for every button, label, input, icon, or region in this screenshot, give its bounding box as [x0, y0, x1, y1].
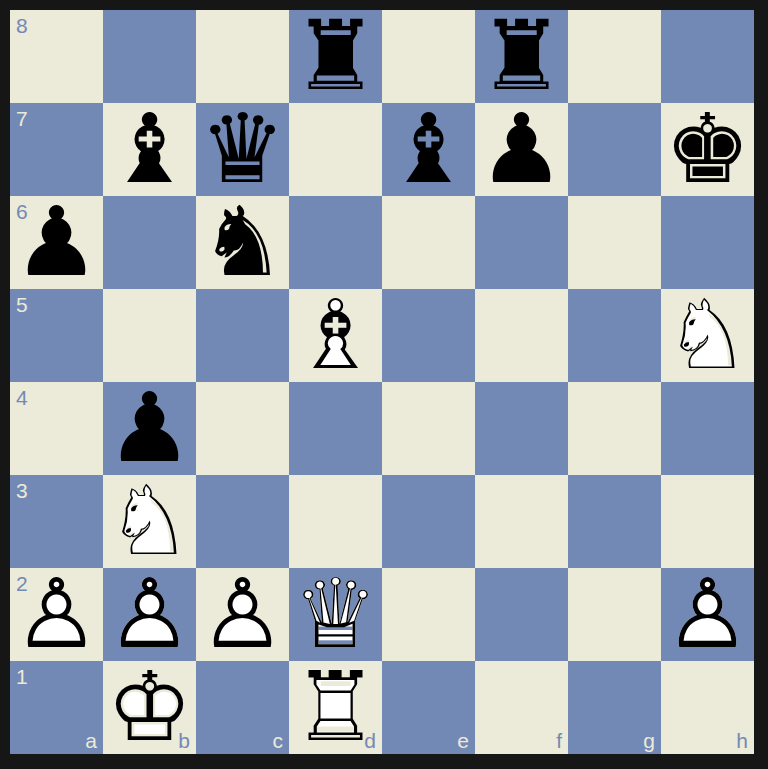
square-h6[interactable]: [661, 196, 754, 289]
square-f1[interactable]: f: [475, 661, 568, 754]
white-rook[interactable]: ♜♖: [289, 661, 382, 754]
white-pawn-outline-icon: ♙: [10, 568, 103, 661]
black-bishop-icon: ♝: [382, 103, 475, 196]
square-h7[interactable]: ♚: [661, 103, 754, 196]
square-a4[interactable]: 4: [10, 382, 103, 475]
square-b8[interactable]: [103, 10, 196, 103]
square-b7[interactable]: ♝: [103, 103, 196, 196]
black-knight-icon: ♞: [196, 196, 289, 289]
white-pawn-outline-icon: ♙: [661, 568, 754, 661]
square-e5[interactable]: [382, 289, 475, 382]
black-queen[interactable]: ♛: [196, 103, 289, 196]
white-rook-outline-icon: ♖: [289, 661, 382, 754]
file-label-e: e: [457, 730, 469, 751]
white-pawn[interactable]: ♟♙: [196, 568, 289, 661]
white-pawn[interactable]: ♟♙: [103, 568, 196, 661]
square-h8[interactable]: [661, 10, 754, 103]
square-f8[interactable]: ♜: [475, 10, 568, 103]
black-bishop[interactable]: ♝: [382, 103, 475, 196]
square-a1[interactable]: 1a: [10, 661, 103, 754]
black-pawn[interactable]: ♟: [475, 103, 568, 196]
black-rook[interactable]: ♜: [475, 10, 568, 103]
white-knight-outline-icon: ♘: [661, 289, 754, 382]
rank-label-5: 5: [16, 294, 28, 315]
square-e4[interactable]: [382, 382, 475, 475]
white-knight-outline-icon: ♘: [103, 475, 196, 568]
white-pawn-outline-icon: ♙: [103, 568, 196, 661]
square-h3[interactable]: [661, 475, 754, 568]
square-d5[interactable]: ♝♗: [289, 289, 382, 382]
square-a6[interactable]: 6♟: [10, 196, 103, 289]
square-d6[interactable]: [289, 196, 382, 289]
square-d2[interactable]: ♛♕: [289, 568, 382, 661]
file-label-f: f: [556, 730, 562, 751]
file-label-a: a: [85, 730, 97, 751]
square-g4[interactable]: [568, 382, 661, 475]
square-e6[interactable]: [382, 196, 475, 289]
square-d7[interactable]: [289, 103, 382, 196]
square-d8[interactable]: ♜: [289, 10, 382, 103]
square-c7[interactable]: ♛: [196, 103, 289, 196]
square-g2[interactable]: [568, 568, 661, 661]
white-pawn[interactable]: ♟♙: [661, 568, 754, 661]
square-c8[interactable]: [196, 10, 289, 103]
square-a8[interactable]: 8: [10, 10, 103, 103]
black-pawn-icon: ♟: [103, 382, 196, 475]
square-b1[interactable]: b♚♔: [103, 661, 196, 754]
square-h4[interactable]: [661, 382, 754, 475]
square-d3[interactable]: [289, 475, 382, 568]
square-c1[interactable]: c: [196, 661, 289, 754]
white-queen[interactable]: ♛♕: [289, 568, 382, 661]
square-g8[interactable]: [568, 10, 661, 103]
square-e2[interactable]: [382, 568, 475, 661]
file-label-h: h: [736, 730, 748, 751]
black-knight[interactable]: ♞: [196, 196, 289, 289]
square-e3[interactable]: [382, 475, 475, 568]
black-bishop[interactable]: ♝: [103, 103, 196, 196]
square-a5[interactable]: 5: [10, 289, 103, 382]
rank-label-3: 3: [16, 480, 28, 501]
black-queen-icon: ♛: [196, 103, 289, 196]
square-e7[interactable]: ♝: [382, 103, 475, 196]
black-pawn-icon: ♟: [475, 103, 568, 196]
square-h5[interactable]: ♞♘: [661, 289, 754, 382]
square-f3[interactable]: [475, 475, 568, 568]
square-b4[interactable]: ♟: [103, 382, 196, 475]
black-pawn[interactable]: ♟: [103, 382, 196, 475]
black-rook[interactable]: ♜: [289, 10, 382, 103]
white-knight[interactable]: ♞♘: [661, 289, 754, 382]
white-knight[interactable]: ♞♘: [103, 475, 196, 568]
square-d4[interactable]: [289, 382, 382, 475]
white-queen-outline-icon: ♕: [289, 568, 382, 661]
square-c6[interactable]: ♞: [196, 196, 289, 289]
square-f2[interactable]: [475, 568, 568, 661]
rank-label-8: 8: [16, 15, 28, 36]
square-g7[interactable]: [568, 103, 661, 196]
rank-label-7: 7: [16, 108, 28, 129]
white-pawn-outline-icon: ♙: [196, 568, 289, 661]
file-label-g: g: [643, 730, 655, 751]
rank-label-4: 4: [16, 387, 28, 408]
square-g6[interactable]: [568, 196, 661, 289]
square-d1[interactable]: d♜♖: [289, 661, 382, 754]
square-b3[interactable]: ♞♘: [103, 475, 196, 568]
square-a2[interactable]: 2♟♙: [10, 568, 103, 661]
white-pawn[interactable]: ♟♙: [10, 568, 103, 661]
square-e8[interactable]: [382, 10, 475, 103]
black-pawn-icon: ♟: [10, 196, 103, 289]
square-c3[interactable]: [196, 475, 289, 568]
white-bishop-outline-icon: ♗: [289, 289, 382, 382]
square-f7[interactable]: ♟: [475, 103, 568, 196]
black-rook-icon: ♜: [475, 10, 568, 103]
square-b6[interactable]: [103, 196, 196, 289]
square-h1[interactable]: h: [661, 661, 754, 754]
white-bishop[interactable]: ♝♗: [289, 289, 382, 382]
square-g5[interactable]: [568, 289, 661, 382]
black-pawn[interactable]: ♟: [10, 196, 103, 289]
square-f6[interactable]: [475, 196, 568, 289]
square-g3[interactable]: [568, 475, 661, 568]
square-b5[interactable]: [103, 289, 196, 382]
square-h2[interactable]: ♟♙: [661, 568, 754, 661]
square-a7[interactable]: 7: [10, 103, 103, 196]
chess-board: 8♜♜7♝♛♝♟♚6♟♞5♝♗♞♘4♟3♞♘2♟♙♟♙♟♙♛♕♟♙1ab♚♔cd…: [10, 10, 754, 754]
black-bishop-icon: ♝: [103, 103, 196, 196]
square-f5[interactable]: [475, 289, 568, 382]
white-king[interactable]: ♚♔: [103, 661, 196, 754]
square-f4[interactable]: [475, 382, 568, 475]
rank-label-1: 1: [16, 666, 28, 687]
square-a3[interactable]: 3: [10, 475, 103, 568]
black-rook-icon: ♜: [289, 10, 382, 103]
black-king[interactable]: ♚: [661, 103, 754, 196]
square-c4[interactable]: [196, 382, 289, 475]
square-e1[interactable]: e: [382, 661, 475, 754]
board-frame: 8♜♜7♝♛♝♟♚6♟♞5♝♗♞♘4♟3♞♘2♟♙♟♙♟♙♛♕♟♙1ab♚♔cd…: [0, 0, 768, 769]
white-king-outline-icon: ♔: [103, 661, 196, 754]
square-c5[interactable]: [196, 289, 289, 382]
square-c2[interactable]: ♟♙: [196, 568, 289, 661]
square-g1[interactable]: g: [568, 661, 661, 754]
black-king-icon: ♚: [661, 103, 754, 196]
square-b2[interactable]: ♟♙: [103, 568, 196, 661]
file-label-c: c: [273, 730, 284, 751]
